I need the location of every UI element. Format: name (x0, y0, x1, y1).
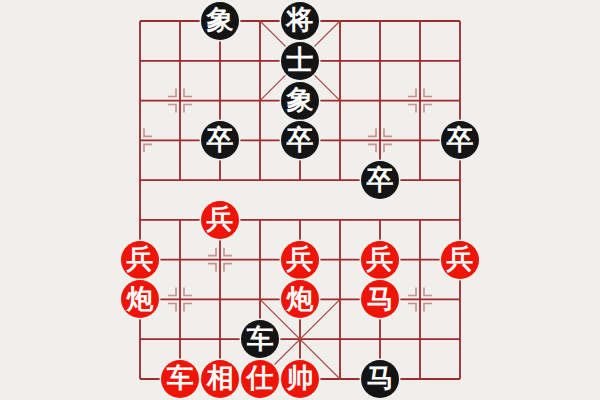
piece-black-soldier[interactable]: 卒 (281, 121, 319, 159)
piece-red-soldier[interactable]: 兵 (201, 201, 239, 239)
piece-black-elephant[interactable]: 象 (201, 2, 239, 40)
piece-black-soldier[interactable]: 卒 (441, 121, 479, 159)
piece-red-soldier[interactable]: 兵 (441, 241, 479, 279)
piece-black-chariot[interactable]: 车 (241, 320, 279, 358)
piece-black-horse[interactable]: 马 (361, 360, 399, 398)
piece-red-chariot[interactable]: 车 (161, 360, 199, 398)
piece-red-cannon[interactable]: 炮 (281, 280, 319, 318)
piece-black-advisor[interactable]: 士 (281, 42, 319, 80)
piece-red-soldier[interactable]: 兵 (121, 241, 159, 279)
piece-black-general[interactable]: 将 (281, 2, 319, 40)
piece-red-general[interactable]: 帅 (281, 360, 319, 398)
piece-grid: 象将士象卒卒卒卒车马兵兵兵兵兵炮炮马车相仕帅 (120, 1, 480, 399)
piece-red-soldier[interactable]: 兵 (361, 241, 399, 279)
piece-red-soldier[interactable]: 兵 (281, 241, 319, 279)
piece-red-elephant[interactable]: 相 (201, 360, 239, 398)
piece-black-elephant[interactable]: 象 (281, 82, 319, 120)
piece-red-cannon[interactable]: 炮 (121, 280, 159, 318)
xiangqi-board: 象将士象卒卒卒卒车马兵兵兵兵兵炮炮马车相仕帅 (0, 0, 600, 400)
piece-red-horse[interactable]: 马 (361, 280, 399, 318)
piece-red-advisor[interactable]: 仕 (241, 360, 279, 398)
piece-black-soldier[interactable]: 卒 (201, 121, 239, 159)
piece-black-soldier[interactable]: 卒 (361, 161, 399, 199)
